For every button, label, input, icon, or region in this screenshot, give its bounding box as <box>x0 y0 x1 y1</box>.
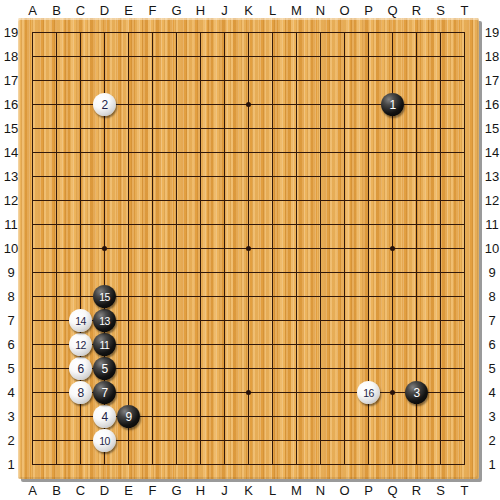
row-label-left-4: 4 <box>0 386 22 400</box>
row-label-right-11: 11 <box>481 218 500 232</box>
row-label-right-13: 13 <box>481 170 500 184</box>
column-label-top-L: L <box>262 4 284 18</box>
move-number: 11 <box>100 339 110 351</box>
column-label-top-S: S <box>430 4 452 18</box>
stone-white-C6[interactable]: 12 <box>69 333 92 356</box>
move-number: 12 <box>75 339 86 351</box>
grid-line-vertical <box>320 32 321 465</box>
column-label-top-H: H <box>190 4 212 18</box>
move-number: 13 <box>99 315 110 327</box>
go-board-diagram: AABBCCDDEEFFGGHHJJKKLLMMNNOOPPQQRRSSTT19… <box>0 0 500 500</box>
star-point-K10 <box>246 246 251 251</box>
row-label-left-12: 12 <box>0 194 22 208</box>
move-number: 16 <box>363 387 374 399</box>
grid-line-horizontal <box>32 272 465 273</box>
row-label-right-6: 6 <box>481 338 500 352</box>
move-number: 3 <box>413 386 419 400</box>
stone-black-R4[interactable]: 3 <box>405 381 428 404</box>
column-label-bottom-E: E <box>118 484 140 498</box>
move-number: 6 <box>77 362 83 376</box>
grid-line-vertical <box>296 32 297 465</box>
stone-black-D6[interactable]: 11 <box>93 333 116 356</box>
row-label-left-1: 1 <box>0 458 22 472</box>
column-label-bottom-T: T <box>454 484 476 498</box>
row-label-right-17: 17 <box>481 74 500 88</box>
row-label-left-6: 6 <box>0 338 22 352</box>
column-label-bottom-G: G <box>166 484 188 498</box>
row-label-left-13: 13 <box>0 170 22 184</box>
column-label-bottom-O: O <box>334 484 356 498</box>
grid-line-horizontal <box>32 464 465 465</box>
row-label-right-4: 4 <box>481 386 500 400</box>
row-label-right-7: 7 <box>481 314 500 328</box>
row-label-left-5: 5 <box>0 362 22 376</box>
column-label-top-K: K <box>238 4 260 18</box>
column-label-top-A: A <box>22 4 44 18</box>
column-label-top-G: G <box>166 4 188 18</box>
column-label-bottom-A: A <box>22 484 44 498</box>
column-label-bottom-R: R <box>406 484 428 498</box>
row-label-left-15: 15 <box>0 122 22 136</box>
move-number: 15 <box>99 291 110 303</box>
row-label-right-15: 15 <box>481 122 500 136</box>
column-label-bottom-S: S <box>430 484 452 498</box>
stone-black-D7[interactable]: 13 <box>93 309 116 332</box>
move-number: 14 <box>75 315 86 327</box>
move-number: 8 <box>77 386 83 400</box>
row-label-right-3: 3 <box>481 410 500 424</box>
stone-white-D2[interactable]: 10 <box>93 429 116 452</box>
row-label-right-9: 9 <box>481 266 500 280</box>
column-label-bottom-D: D <box>94 484 116 498</box>
column-label-top-R: R <box>406 4 428 18</box>
row-label-right-10: 10 <box>481 242 500 256</box>
column-label-bottom-B: B <box>46 484 68 498</box>
column-label-top-C: C <box>70 4 92 18</box>
column-label-bottom-F: F <box>142 484 164 498</box>
star-point-D10 <box>102 246 107 251</box>
row-label-left-2: 2 <box>0 434 22 448</box>
column-label-bottom-Q: Q <box>382 484 404 498</box>
row-label-right-19: 19 <box>481 26 500 40</box>
move-number: 7 <box>101 386 107 400</box>
grid-line-vertical <box>440 32 441 465</box>
column-label-top-F: F <box>142 4 164 18</box>
move-number: 1 <box>389 98 395 112</box>
row-label-right-5: 5 <box>481 362 500 376</box>
grid-line-vertical <box>464 32 465 465</box>
row-label-right-16: 16 <box>481 98 500 112</box>
column-label-top-Q: Q <box>382 4 404 18</box>
column-label-top-J: J <box>214 4 236 18</box>
row-label-right-2: 2 <box>481 434 500 448</box>
row-label-left-11: 11 <box>0 218 22 232</box>
move-number: 9 <box>125 410 131 424</box>
row-label-right-1: 1 <box>481 458 500 472</box>
stone-black-D5[interactable]: 5 <box>93 357 116 380</box>
row-label-left-16: 16 <box>0 98 22 112</box>
row-label-left-14: 14 <box>0 146 22 160</box>
stone-black-Q16[interactable]: 1 <box>381 93 404 116</box>
column-label-top-T: T <box>454 4 476 18</box>
star-point-Q10 <box>390 246 395 251</box>
column-label-top-N: N <box>310 4 332 18</box>
column-label-top-P: P <box>358 4 380 18</box>
column-label-bottom-J: J <box>214 484 236 498</box>
row-label-left-19: 19 <box>0 26 22 40</box>
stone-white-D16[interactable]: 2 <box>93 93 116 116</box>
move-number: 10 <box>99 435 110 447</box>
stone-black-E3[interactable]: 9 <box>117 405 140 428</box>
column-label-bottom-P: P <box>358 484 380 498</box>
row-label-left-17: 17 <box>0 74 22 88</box>
move-number: 2 <box>101 98 107 112</box>
row-label-left-10: 10 <box>0 242 22 256</box>
stone-white-C4[interactable]: 8 <box>69 381 92 404</box>
grid-line-vertical <box>272 32 273 465</box>
star-point-Q4 <box>390 390 395 395</box>
stone-white-P4[interactable]: 16 <box>357 381 380 404</box>
column-label-top-E: E <box>118 4 140 18</box>
row-label-right-12: 12 <box>481 194 500 208</box>
row-label-left-8: 8 <box>0 290 22 304</box>
column-label-top-D: D <box>94 4 116 18</box>
stone-white-C5[interactable]: 6 <box>69 357 92 380</box>
column-label-top-B: B <box>46 4 68 18</box>
move-number: 4 <box>101 410 107 424</box>
star-point-K16 <box>246 102 251 107</box>
stone-black-D4[interactable]: 7 <box>93 381 116 404</box>
row-label-right-8: 8 <box>481 290 500 304</box>
row-label-left-7: 7 <box>0 314 22 328</box>
column-label-bottom-N: N <box>310 484 332 498</box>
column-label-bottom-M: M <box>286 484 308 498</box>
column-label-bottom-K: K <box>238 484 260 498</box>
column-label-bottom-H: H <box>190 484 212 498</box>
stone-white-D3[interactable]: 4 <box>93 405 116 428</box>
column-label-top-O: O <box>334 4 356 18</box>
row-label-left-9: 9 <box>0 266 22 280</box>
star-point-K4 <box>246 390 251 395</box>
move-number: 5 <box>101 362 107 376</box>
column-label-top-M: M <box>286 4 308 18</box>
row-label-left-18: 18 <box>0 50 22 64</box>
stone-white-C7[interactable]: 14 <box>69 309 92 332</box>
column-label-bottom-L: L <box>262 484 284 498</box>
row-label-right-14: 14 <box>481 146 500 160</box>
grid-line-vertical <box>344 32 345 465</box>
column-label-bottom-C: C <box>70 484 92 498</box>
stone-black-D8[interactable]: 15 <box>93 285 116 308</box>
row-label-right-18: 18 <box>481 50 500 64</box>
row-label-left-3: 3 <box>0 410 22 424</box>
